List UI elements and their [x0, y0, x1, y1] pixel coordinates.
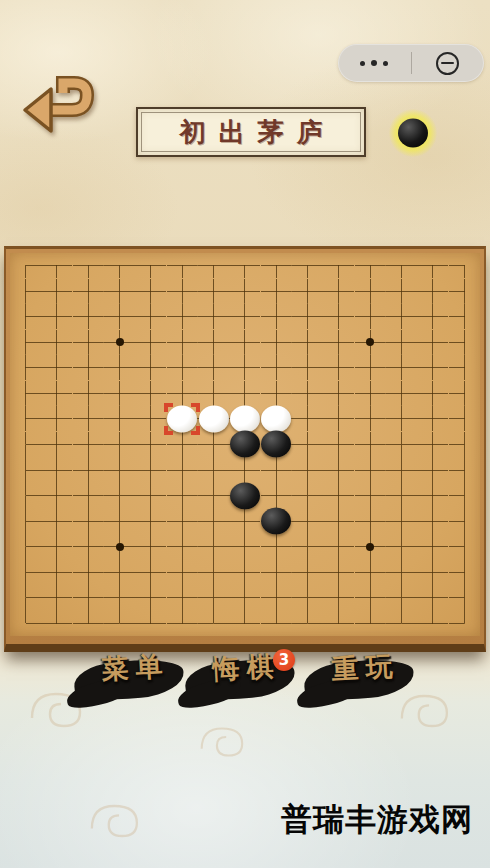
board-cell[interactable] [386, 559, 417, 585]
back-button[interactable] [20, 70, 104, 136]
board-cell[interactable] [10, 253, 41, 279]
board-cell[interactable] [10, 534, 41, 560]
board-cell[interactable] [261, 610, 292, 636]
black-stone [230, 431, 260, 458]
board-cell[interactable] [229, 432, 260, 458]
board-cell[interactable] [198, 483, 229, 509]
board-cell[interactable] [10, 381, 41, 407]
board-cell[interactable] [449, 279, 480, 305]
board-cell[interactable] [41, 279, 72, 305]
board-cell[interactable] [167, 355, 198, 381]
board-cell[interactable] [355, 406, 386, 432]
board-cell[interactable] [135, 432, 166, 458]
board-cell[interactable] [417, 330, 448, 356]
board-cell[interactable] [449, 585, 480, 611]
board-cell[interactable] [355, 483, 386, 509]
board-cell[interactable] [41, 483, 72, 509]
board-cell[interactable] [386, 508, 417, 534]
board-cell[interactable] [229, 457, 260, 483]
board-cell[interactable] [261, 483, 292, 509]
board-cell[interactable] [261, 279, 292, 305]
board-cell[interactable] [417, 585, 448, 611]
board-cell[interactable] [135, 304, 166, 330]
board-cell[interactable] [73, 559, 104, 585]
board-cell[interactable] [41, 534, 72, 560]
board-cell[interactable] [135, 457, 166, 483]
board-cell[interactable] [198, 432, 229, 458]
board-cell[interactable] [292, 253, 323, 279]
board-cell[interactable] [323, 253, 354, 279]
menu-button-label: 菜单 [75, 647, 189, 689]
board-cell[interactable] [386, 355, 417, 381]
board-cell[interactable] [292, 381, 323, 407]
board-cell[interactable] [417, 534, 448, 560]
board-cell[interactable] [292, 610, 323, 636]
board-cell[interactable] [167, 585, 198, 611]
board-cell[interactable] [10, 483, 41, 509]
board-cell[interactable] [104, 406, 135, 432]
board-cell[interactable] [135, 406, 166, 432]
board-cell[interactable] [292, 304, 323, 330]
board-cell[interactable] [135, 585, 166, 611]
board-cell[interactable] [198, 355, 229, 381]
board-cell[interactable] [292, 279, 323, 305]
board-cell[interactable] [198, 534, 229, 560]
board-cell[interactable] [386, 381, 417, 407]
board-cell[interactable] [417, 432, 448, 458]
board-cell[interactable] [41, 457, 72, 483]
board-cell[interactable] [198, 585, 229, 611]
board-cell[interactable] [261, 534, 292, 560]
board-cell[interactable] [198, 559, 229, 585]
board-cell[interactable] [10, 355, 41, 381]
board-cell[interactable] [10, 279, 41, 305]
board-cell[interactable] [417, 381, 448, 407]
board-cell[interactable] [229, 406, 260, 432]
board-cell[interactable] [417, 279, 448, 305]
board-cell[interactable] [73, 457, 104, 483]
board-cell[interactable] [229, 279, 260, 305]
board-cell[interactable] [261, 457, 292, 483]
board-cell[interactable] [167, 610, 198, 636]
board-cell[interactable] [417, 355, 448, 381]
replay-button-label: 重玩 [305, 647, 419, 689]
board-cell[interactable] [229, 483, 260, 509]
board-cell[interactable] [261, 585, 292, 611]
board-cell[interactable] [73, 508, 104, 534]
board-cell[interactable] [323, 483, 354, 509]
board-cell[interactable] [323, 279, 354, 305]
board-cell[interactable] [323, 457, 354, 483]
board-cell[interactable] [449, 508, 480, 534]
board-cell[interactable] [104, 534, 135, 560]
white-stone [199, 405, 229, 432]
board-surface [10, 253, 480, 636]
board-cell[interactable] [135, 355, 166, 381]
board-cell[interactable] [73, 355, 104, 381]
board-cell[interactable] [292, 355, 323, 381]
board-cell[interactable] [292, 534, 323, 560]
board-cell[interactable] [198, 610, 229, 636]
board-cell[interactable] [292, 559, 323, 585]
board-cell[interactable] [261, 381, 292, 407]
board-cell[interactable] [355, 253, 386, 279]
board-cell[interactable] [41, 406, 72, 432]
board-cell[interactable] [135, 610, 166, 636]
board-cell[interactable] [229, 253, 260, 279]
board-cell[interactable] [167, 304, 198, 330]
board-cell[interactable] [261, 406, 292, 432]
turn-indicator [389, 109, 437, 157]
board-cell[interactable] [41, 253, 72, 279]
board-cell[interactable] [386, 253, 417, 279]
miniprogram-capsule [338, 44, 484, 82]
board-cell[interactable] [10, 559, 41, 585]
black-stone-icon [398, 119, 428, 148]
board-cell[interactable] [323, 610, 354, 636]
board-cell[interactable] [449, 610, 480, 636]
board-cell[interactable] [261, 253, 292, 279]
board-cell[interactable] [167, 253, 198, 279]
board-cell[interactable] [167, 330, 198, 356]
board-cell[interactable] [355, 534, 386, 560]
board-cell[interactable] [104, 304, 135, 330]
board-cell[interactable] [417, 610, 448, 636]
board-cell[interactable] [167, 457, 198, 483]
board-cell[interactable] [104, 279, 135, 305]
board-cell[interactable] [355, 610, 386, 636]
board-cell[interactable] [386, 304, 417, 330]
board-cell[interactable] [167, 508, 198, 534]
board-cell[interactable] [135, 381, 166, 407]
board-cell[interactable] [10, 406, 41, 432]
board-cell[interactable] [73, 483, 104, 509]
board-cell[interactable] [10, 432, 41, 458]
board-cell[interactable] [355, 559, 386, 585]
board-cell[interactable] [386, 457, 417, 483]
board-cell[interactable] [229, 610, 260, 636]
board-cell[interactable] [417, 559, 448, 585]
board-cell[interactable] [198, 304, 229, 330]
board-cell[interactable] [386, 330, 417, 356]
board-cell[interactable] [449, 432, 480, 458]
board-cell[interactable] [386, 610, 417, 636]
board-cell[interactable] [135, 534, 166, 560]
board-cell[interactable] [449, 355, 480, 381]
board-cell[interactable] [323, 585, 354, 611]
board-cell[interactable] [323, 508, 354, 534]
board-cell[interactable] [292, 432, 323, 458]
more-icon [383, 61, 388, 66]
board-cell[interactable] [261, 355, 292, 381]
board-cell[interactable] [355, 304, 386, 330]
board-cell[interactable] [10, 585, 41, 611]
cloud-swirl-decoration [200, 722, 254, 762]
level-title: 初出茅庐 [167, 115, 336, 150]
board-cell[interactable] [261, 508, 292, 534]
level-title-plaque: 初出茅庐 [136, 107, 366, 157]
board-cell[interactable] [323, 330, 354, 356]
board-cell[interactable] [229, 381, 260, 407]
board-cell[interactable] [355, 381, 386, 407]
board-cell[interactable] [386, 483, 417, 509]
board-cell[interactable] [198, 406, 229, 432]
white-stone [230, 405, 260, 432]
board-cell[interactable] [229, 559, 260, 585]
cloud-swirl-decoration [90, 800, 150, 842]
board-cell[interactable] [229, 585, 260, 611]
board-cell[interactable] [292, 330, 323, 356]
return-arrow-icon [20, 70, 104, 136]
board-cell[interactable] [229, 508, 260, 534]
board-cell[interactable] [292, 508, 323, 534]
board-cell[interactable] [104, 483, 135, 509]
board-cell[interactable] [355, 585, 386, 611]
board-cell[interactable] [449, 330, 480, 356]
board-cell[interactable] [41, 330, 72, 356]
board-cell[interactable] [261, 559, 292, 585]
board-cell[interactable] [449, 253, 480, 279]
black-stone [230, 482, 260, 509]
board-cell[interactable] [73, 279, 104, 305]
board-cell[interactable] [198, 253, 229, 279]
board-cell[interactable] [386, 585, 417, 611]
board-cell[interactable] [229, 330, 260, 356]
board-cell[interactable] [198, 330, 229, 356]
board-cell[interactable] [449, 406, 480, 432]
board-cell[interactable] [417, 253, 448, 279]
board-cell[interactable] [167, 559, 198, 585]
board-cell[interactable] [10, 457, 41, 483]
board-cell[interactable] [10, 330, 41, 356]
board-cell[interactable] [135, 559, 166, 585]
board-cell[interactable] [167, 279, 198, 305]
board-cell[interactable] [41, 304, 72, 330]
board-cell[interactable] [261, 330, 292, 356]
board-cell[interactable] [73, 610, 104, 636]
board-cell[interactable] [73, 304, 104, 330]
board-cell[interactable] [41, 432, 72, 458]
last-move-marker [164, 403, 200, 435]
board-cell[interactable] [261, 304, 292, 330]
board-cell[interactable] [104, 432, 135, 458]
board-cell[interactable] [73, 432, 104, 458]
board-cell[interactable] [104, 457, 135, 483]
game-screen: 初出茅庐 菜单 悔棋 3 重玩 普瑞丰游戏网 [0, 0, 490, 868]
board-cell[interactable] [449, 559, 480, 585]
board-cell[interactable] [449, 381, 480, 407]
board-cell[interactable] [167, 406, 198, 432]
board-cell[interactable] [198, 508, 229, 534]
board-cell[interactable] [167, 483, 198, 509]
board-cell[interactable] [323, 406, 354, 432]
board-cell[interactable] [10, 508, 41, 534]
board-cell[interactable] [323, 381, 354, 407]
board-cell[interactable] [41, 381, 72, 407]
board-cell[interactable] [449, 534, 480, 560]
board-cell[interactable] [135, 483, 166, 509]
board-cell[interactable] [41, 610, 72, 636]
black-stone [261, 508, 291, 535]
board-cell[interactable] [355, 330, 386, 356]
board-cell[interactable] [41, 559, 72, 585]
board-cell[interactable] [449, 457, 480, 483]
board-cell[interactable] [386, 432, 417, 458]
board-cell[interactable] [417, 457, 448, 483]
board-cell[interactable] [198, 457, 229, 483]
board-grid [10, 253, 480, 636]
board-cell[interactable] [135, 279, 166, 305]
board-cell[interactable] [229, 304, 260, 330]
board-cell[interactable] [41, 585, 72, 611]
board-cell[interactable] [104, 559, 135, 585]
board-cell[interactable] [292, 585, 323, 611]
board-cell[interactable] [386, 279, 417, 305]
board-cell[interactable] [104, 330, 135, 356]
board-cell[interactable] [198, 279, 229, 305]
board-cell[interactable] [323, 355, 354, 381]
undo-button[interactable]: 悔棋 3 [187, 648, 299, 702]
gomoku-board [4, 246, 486, 652]
board-cell[interactable] [323, 304, 354, 330]
board-cell[interactable] [135, 330, 166, 356]
board-cell[interactable] [104, 508, 135, 534]
replay-button[interactable]: 重玩 [306, 648, 418, 702]
board-cell[interactable] [41, 508, 72, 534]
more-icon [360, 61, 365, 66]
board-cell[interactable] [73, 534, 104, 560]
board-cell[interactable] [73, 406, 104, 432]
board-cell[interactable] [198, 381, 229, 407]
board-cell[interactable] [135, 508, 166, 534]
board-cell[interactable] [323, 432, 354, 458]
board-cell[interactable] [417, 483, 448, 509]
board-cell[interactable] [292, 457, 323, 483]
board-cell[interactable] [355, 457, 386, 483]
board-cell[interactable] [386, 534, 417, 560]
board-cell[interactable] [73, 330, 104, 356]
board-cell[interactable] [10, 610, 41, 636]
board-cell[interactable] [41, 355, 72, 381]
board-cell[interactable] [104, 610, 135, 636]
board-cell[interactable] [417, 304, 448, 330]
board-cell[interactable] [229, 355, 260, 381]
more-button[interactable] [338, 44, 411, 82]
board-cell[interactable] [449, 483, 480, 509]
board-cell[interactable] [104, 355, 135, 381]
board-cell[interactable] [449, 304, 480, 330]
board-cell[interactable] [292, 483, 323, 509]
more-icon [371, 60, 377, 66]
board-cell[interactable] [261, 432, 292, 458]
board-cell[interactable] [135, 253, 166, 279]
board-cell[interactable] [104, 253, 135, 279]
undo-count-badge: 3 [273, 649, 295, 671]
board-cell[interactable] [104, 585, 135, 611]
board-cell[interactable] [292, 406, 323, 432]
board-cell[interactable] [323, 559, 354, 585]
watermark: 普瑞丰游戏网 [281, 799, 473, 841]
board-cell[interactable] [73, 381, 104, 407]
board-cell[interactable] [167, 432, 198, 458]
menu-button[interactable]: 菜单 [76, 648, 188, 702]
board-cell[interactable] [355, 355, 386, 381]
board-cell[interactable] [323, 534, 354, 560]
board-cell[interactable] [229, 534, 260, 560]
board-cell[interactable] [10, 304, 41, 330]
board-cell[interactable] [355, 432, 386, 458]
black-stone [261, 431, 291, 458]
circled-minus-icon [436, 52, 459, 75]
board-cell[interactable] [355, 279, 386, 305]
board-cell[interactable] [386, 406, 417, 432]
white-stone [261, 405, 291, 432]
board-cell[interactable] [73, 253, 104, 279]
board-cell[interactable] [355, 508, 386, 534]
exit-button[interactable] [412, 44, 485, 82]
board-cell[interactable] [73, 585, 104, 611]
board-cell[interactable] [417, 406, 448, 432]
board-cell[interactable] [167, 534, 198, 560]
board-cell[interactable] [104, 381, 135, 407]
board-cell[interactable] [417, 508, 448, 534]
